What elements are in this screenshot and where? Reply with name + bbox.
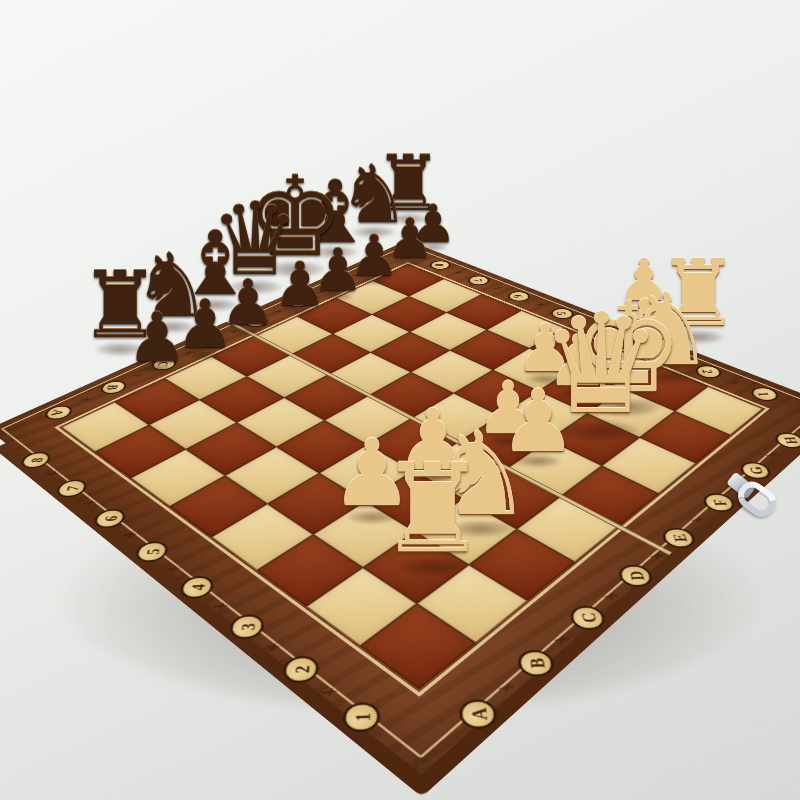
file-label-far-B: B: [98, 381, 128, 395]
square-e1[interactable]: [561, 466, 659, 527]
piece-white-rook-a1[interactable]: ♜: [378, 448, 487, 570]
piece-black-pawn-d7[interactable]: ♟: [273, 254, 327, 314]
square-a7[interactable]: [95, 425, 186, 478]
square-a3[interactable]: [257, 534, 363, 606]
square-a1[interactable]: [360, 604, 476, 690]
square-b6[interactable]: [186, 423, 277, 476]
square-a4[interactable]: [212, 504, 314, 570]
border-ornament: ✗: [452, 270, 465, 276]
square-a6[interactable]: [131, 449, 225, 506]
square-b5[interactable]: [225, 447, 319, 504]
file-label-far-A: A: [43, 405, 75, 420]
rank-label-far-6: 6: [507, 291, 531, 302]
square-a5[interactable]: [170, 476, 268, 538]
rank-label-far-7: 7: [467, 275, 489, 285]
square-f1[interactable]: [602, 437, 696, 493]
piece-black-pawn-a7[interactable]: ♟: [127, 304, 188, 372]
rank-label-far-1: 1: [748, 387, 781, 401]
border-ornament: ♡: [0, 432, 15, 444]
border-ornament: ✗: [78, 395, 95, 404]
photo-scene: 88HH77GG66FF55EE44DD33CC22BB11AA✗✗✗✗✗✗✗✗…: [0, 0, 800, 800]
border-ornament: ✗: [491, 285, 505, 291]
border-ornament: ✗: [727, 378, 743, 387]
